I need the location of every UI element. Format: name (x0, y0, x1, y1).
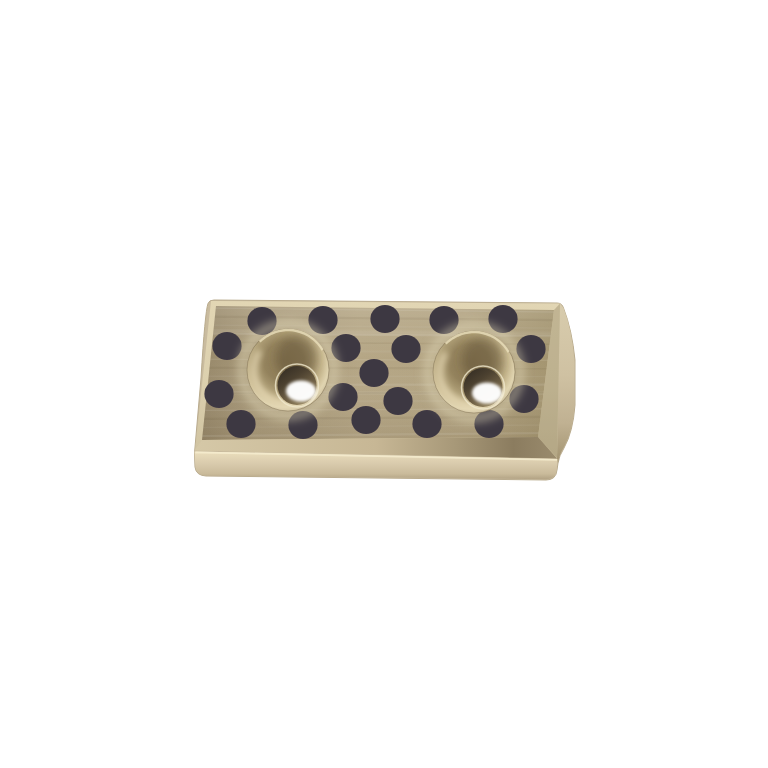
hole-glint (472, 383, 502, 404)
graphite-plug (226, 410, 255, 438)
photo-background (0, 0, 768, 768)
graphite-plug (412, 410, 441, 438)
product-photo (0, 0, 768, 768)
graphite-plug (370, 305, 399, 333)
countersunk-hole-left (242, 324, 334, 416)
countersunk-hole-right (428, 326, 520, 418)
graphite-plug (204, 380, 233, 408)
plate-right-side-face (557, 304, 575, 464)
graphite-plug (351, 406, 380, 434)
graphite-plug (212, 332, 241, 360)
wear-plate (195, 300, 576, 480)
graphite-plug (383, 387, 412, 415)
graphite-plug (359, 359, 388, 387)
graphite-plug (391, 335, 420, 363)
product-image (0, 0, 768, 768)
hole-glint (286, 381, 316, 402)
